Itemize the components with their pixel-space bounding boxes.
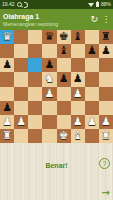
piece-black-pawn: ♟ (71, 72, 85, 86)
refresh-icon[interactable]: ↻ (90, 9, 98, 30)
square-e4[interactable] (57, 87, 71, 101)
square-c6[interactable] (28, 58, 42, 72)
square-d8[interactable]: ♛ (42, 30, 56, 44)
square-a1[interactable]: ♜ (0, 129, 14, 143)
square-e8[interactable]: ♚ (57, 30, 71, 44)
piece-white-bishop: ♝ (71, 129, 85, 143)
square-a6[interactable]: ♟ (0, 58, 14, 72)
square-d4[interactable]: ♟ (42, 87, 56, 101)
square-b4[interactable] (14, 87, 28, 101)
square-d1[interactable] (42, 129, 56, 143)
square-e5[interactable]: ♟ (57, 72, 71, 86)
square-f2[interactable]: ♟ (71, 115, 85, 129)
piece-black-pawn: ♟ (0, 101, 14, 115)
piece-white-queen: ♛ (0, 30, 14, 44)
square-b1[interactable] (14, 129, 28, 143)
piece-black-pawn: ♟ (85, 44, 99, 58)
square-c3[interactable] (28, 101, 42, 115)
square-a8[interactable]: ♛ (0, 30, 14, 44)
status-bar: 19.42 88% (0, 0, 113, 9)
piece-white-pawn: ♟ (42, 87, 56, 101)
piece-black-pawn: ♟ (99, 44, 113, 58)
square-c4[interactable] (28, 87, 42, 101)
square-g2[interactable]: ♟ (85, 115, 99, 129)
square-h3[interactable] (99, 101, 113, 115)
search-icon (17, 2, 22, 7)
square-f8[interactable]: ♝ (71, 30, 85, 44)
square-f4[interactable]: ♟ (71, 87, 85, 101)
piece-white-knight: ♞ (42, 72, 56, 86)
square-f7[interactable] (71, 44, 85, 58)
square-h8[interactable]: ♜ (99, 30, 113, 44)
square-e2[interactable] (57, 115, 71, 129)
square-f1[interactable]: ♝ (71, 129, 85, 143)
square-b6[interactable] (14, 58, 28, 72)
square-g3[interactable] (85, 101, 99, 115)
square-g4[interactable] (85, 87, 99, 101)
square-d2[interactable] (42, 115, 56, 129)
page-subtitle: Memenangkan sepotong (3, 21, 90, 27)
piece-black-king: ♚ (57, 30, 71, 44)
square-d5[interactable]: ♞ (42, 72, 56, 86)
piece-white-pawn: ♟ (71, 87, 85, 101)
square-g5[interactable] (85, 72, 99, 86)
piece-black-rook: ♜ (99, 30, 113, 44)
square-d7[interactable] (42, 44, 56, 58)
square-b7[interactable] (14, 44, 28, 58)
square-h5[interactable] (99, 72, 113, 86)
square-h4[interactable] (99, 87, 113, 101)
square-c1[interactable] (28, 129, 42, 143)
clock: 19.42 (2, 0, 15, 9)
square-g1[interactable] (85, 129, 99, 143)
next-arrow-button[interactable]: → (102, 188, 110, 198)
square-a5[interactable] (0, 72, 14, 86)
square-d6[interactable]: ♟ (42, 58, 56, 72)
piece-black-pawn: ♟ (0, 58, 14, 72)
piece-white-pawn: ♟ (85, 115, 99, 129)
square-f3[interactable] (71, 101, 85, 115)
piece-white-pawn: ♟ (99, 115, 113, 129)
app-bar: Olahraga 1 Memenangkan sepotong ↻ ⋮ (0, 9, 113, 30)
chess-board: ♛♛♚♝♜♝♟♟♟♟♞♟♟♟♟♟♟♟♟♟♟♜♚♝♜ (0, 30, 113, 143)
piece-white-pawn: ♟ (71, 115, 85, 129)
help-button[interactable]: ? (99, 158, 110, 169)
square-c2[interactable] (28, 115, 42, 129)
page-title: Olahraga 1 (3, 13, 90, 21)
overflow-menu-icon[interactable]: ⋮ (102, 9, 110, 30)
square-e6[interactable] (57, 58, 71, 72)
piece-black-bishop: ♝ (71, 30, 85, 44)
square-c8[interactable] (28, 30, 42, 44)
piece-white-king: ♚ (57, 129, 71, 143)
battery-icon (96, 2, 99, 7)
bottom-panel: Benar! ? → (0, 143, 113, 200)
square-b5[interactable] (14, 72, 28, 86)
square-c7[interactable] (28, 44, 42, 58)
square-a2[interactable]: ♟ (0, 115, 14, 129)
piece-black-pawn: ♟ (57, 72, 71, 86)
piece-white-pawn: ♟ (14, 115, 28, 129)
square-h6[interactable] (99, 58, 113, 72)
wifi-icon (88, 3, 94, 7)
piece-black-queen: ♛ (42, 30, 56, 44)
square-h7[interactable]: ♟ (99, 44, 113, 58)
square-a3[interactable]: ♟ (0, 101, 14, 115)
piece-black-bishop: ♝ (57, 44, 71, 58)
square-a7[interactable] (0, 44, 14, 58)
square-c5[interactable] (28, 72, 42, 86)
square-e7[interactable]: ♝ (57, 44, 71, 58)
square-e3[interactable] (57, 101, 71, 115)
square-b2[interactable]: ♟ (14, 115, 28, 129)
square-a4[interactable] (0, 87, 14, 101)
square-b3[interactable] (14, 101, 28, 115)
square-f6[interactable] (71, 58, 85, 72)
app-window: 19.42 88% Olahraga 1 Memenangkan sepoton… (0, 0, 113, 200)
battery-percent: 88% (101, 0, 111, 9)
piece-black-pawn: ♟ (42, 58, 56, 72)
notification-icon (24, 2, 28, 8)
square-h1[interactable]: ♜ (99, 129, 113, 143)
piece-white-pawn: ♟ (0, 115, 14, 129)
square-g8[interactable] (85, 30, 99, 44)
square-g6[interactable] (85, 58, 99, 72)
piece-white-rook: ♜ (0, 129, 14, 143)
piece-white-rook: ♜ (99, 129, 113, 143)
square-h2[interactable]: ♟ (99, 115, 113, 129)
square-e1[interactable]: ♚ (57, 129, 71, 143)
square-g7[interactable]: ♟ (85, 44, 99, 58)
feedback-message: Benar! (0, 162, 113, 169)
square-b8[interactable] (14, 30, 28, 44)
square-d3[interactable] (42, 101, 56, 115)
square-f5[interactable]: ♟ (71, 72, 85, 86)
